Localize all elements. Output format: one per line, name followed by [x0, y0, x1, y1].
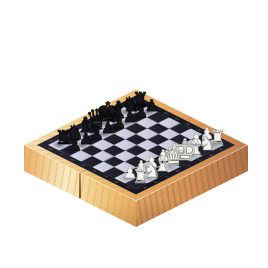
coordinate-label: 6	[70, 159, 76, 162]
coordinate-label: a	[142, 186, 148, 189]
coordinate-label: 3	[103, 175, 109, 178]
product-photo: abcdefgh abcdefgh 87654321 87654321 ♜♞♝♛…	[0, 0, 268, 268]
black-pawn[interactable]: ♟	[57, 137, 92, 153]
white-rook[interactable]: ♜	[123, 167, 158, 186]
coordinate-label: 2	[114, 181, 120, 184]
board-scene: abcdefgh abcdefgh 87654321 87654321 ♜♞♝♛…	[0, 0, 268, 268]
chess-board: abcdefgh abcdefgh 87654321 87654321 ♜♞♝♛…	[24, 89, 247, 201]
square-a1[interactable]: ♜	[126, 178, 147, 188]
coordinate-label: 4	[92, 170, 98, 173]
